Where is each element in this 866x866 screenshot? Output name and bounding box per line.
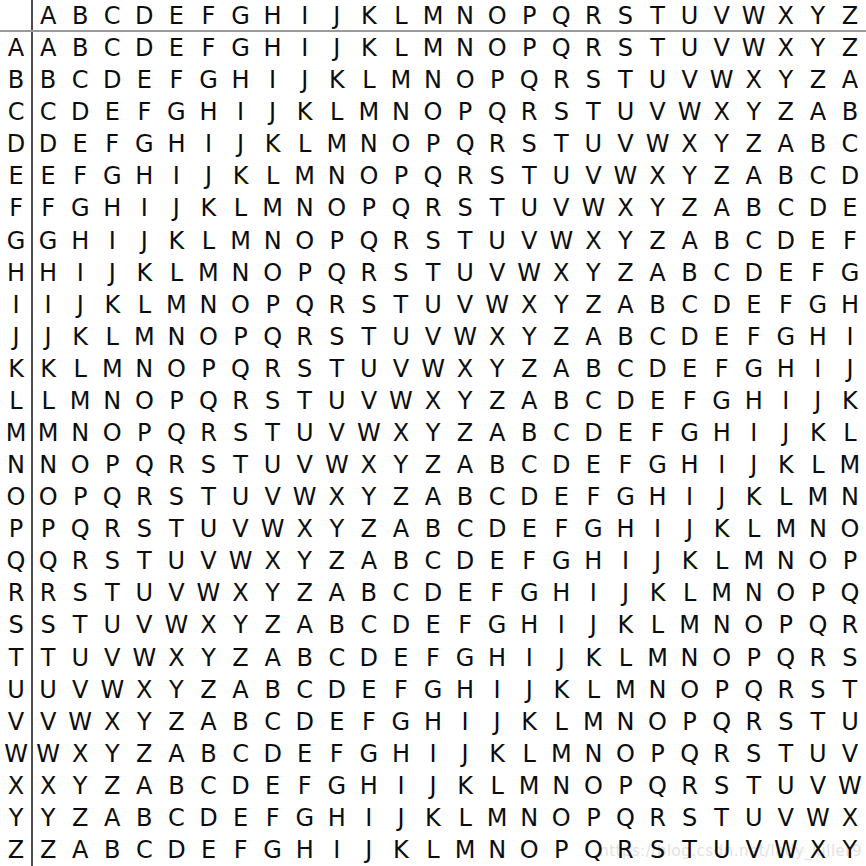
- grid-cell: H: [128, 160, 160, 192]
- grid-cell: L: [802, 449, 834, 481]
- grid-cell: Z: [481, 385, 513, 417]
- grid-cell: I: [674, 481, 706, 513]
- grid-cell: K: [545, 674, 577, 706]
- grid-cell: G: [321, 770, 353, 802]
- grid-cell: D: [706, 289, 738, 321]
- grid-cell: I: [353, 802, 385, 834]
- grid-cell: M: [481, 802, 513, 834]
- grid-cell: V: [321, 417, 353, 449]
- grid-cell: T: [513, 160, 545, 192]
- grid-cell: B: [257, 674, 289, 706]
- grid-cell: J: [706, 481, 738, 513]
- grid-cell: F: [641, 417, 673, 449]
- grid-cell: F: [64, 160, 96, 192]
- grid-cell: Q: [353, 225, 385, 257]
- row-label-cell: G: [0, 225, 32, 257]
- grid-cell: V: [96, 641, 128, 673]
- grid-cell: J: [481, 706, 513, 738]
- grid-cell: I: [289, 32, 321, 64]
- grid-cell: N: [577, 738, 609, 770]
- grid-cell: L: [834, 417, 866, 449]
- grid-cell: R: [609, 834, 641, 866]
- grid-cell: R: [96, 513, 128, 545]
- grid-cell: G: [32, 225, 64, 257]
- grid-cell: O: [32, 481, 64, 513]
- grid-cell: G: [385, 706, 417, 738]
- grid-cell: M: [449, 834, 481, 866]
- grid-cell: I: [32, 289, 64, 321]
- grid-cell: N: [770, 545, 802, 577]
- grid-cell: V: [674, 64, 706, 96]
- grid-cell: E: [674, 353, 706, 385]
- grid-cell: N: [545, 770, 577, 802]
- grid-cell: K: [674, 545, 706, 577]
- grid-cell: Z: [609, 257, 641, 289]
- grid-cell: T: [225, 449, 257, 481]
- grid-cell: M: [706, 577, 738, 609]
- grid-cell: G: [64, 192, 96, 224]
- grid-cell: U: [321, 385, 353, 417]
- grid-cell: Q: [577, 834, 609, 866]
- grid-cell: D: [738, 257, 770, 289]
- grid-cell: B: [289, 641, 321, 673]
- grid-cell: I: [449, 706, 481, 738]
- grid-cell: Z: [96, 770, 128, 802]
- grid-cell: O: [449, 64, 481, 96]
- grid-cell: V: [609, 128, 641, 160]
- grid-cell: Q: [513, 64, 545, 96]
- grid-cell: D: [417, 577, 449, 609]
- grid-cell: B: [32, 64, 64, 96]
- grid-cell: M: [577, 706, 609, 738]
- grid-cell: S: [64, 577, 96, 609]
- grid-cell: L: [64, 353, 96, 385]
- column-header-cell: M: [417, 0, 449, 32]
- grid-cell: C: [513, 449, 545, 481]
- grid-cell: W: [289, 481, 321, 513]
- grid-cell: F: [417, 641, 449, 673]
- grid-cell: Q: [738, 674, 770, 706]
- grid-cell: B: [353, 577, 385, 609]
- grid-cell: J: [417, 770, 449, 802]
- grid-cell: I: [417, 738, 449, 770]
- grid-cell: C: [738, 225, 770, 257]
- grid-cell: A: [160, 738, 192, 770]
- grid-cell: K: [64, 321, 96, 353]
- grid-cell: K: [385, 834, 417, 866]
- grid-cell: U: [641, 64, 673, 96]
- grid-cell: J: [289, 64, 321, 96]
- grid-cell: K: [32, 353, 64, 385]
- grid-cell: I: [513, 641, 545, 673]
- grid-cell: W: [160, 609, 192, 641]
- grid-cell: U: [738, 802, 770, 834]
- grid-cell: M: [834, 449, 866, 481]
- grid-cell: L: [353, 64, 385, 96]
- grid-cell: M: [385, 64, 417, 96]
- grid-cell: W: [738, 32, 770, 64]
- grid-cell: S: [641, 834, 673, 866]
- grid-cell: N: [321, 160, 353, 192]
- grid-cell: B: [513, 417, 545, 449]
- grid-cell: F: [481, 577, 513, 609]
- row-label-cell: J: [0, 321, 32, 353]
- grid-cell: Y: [513, 321, 545, 353]
- grid-cell: N: [641, 674, 673, 706]
- grid-cell: V: [834, 738, 866, 770]
- grid-cell: J: [545, 641, 577, 673]
- grid-cell: X: [674, 128, 706, 160]
- column-header-cell: V: [706, 0, 738, 32]
- grid-cell: X: [545, 257, 577, 289]
- grid-cell: O: [289, 225, 321, 257]
- grid-cell: P: [417, 128, 449, 160]
- grid-cell: L: [545, 706, 577, 738]
- grid-cell: C: [353, 609, 385, 641]
- grid-cell: H: [96, 192, 128, 224]
- grid-cell: M: [353, 96, 385, 128]
- grid-cell: N: [160, 321, 192, 353]
- grid-cell: N: [834, 481, 866, 513]
- grid-cell: B: [706, 225, 738, 257]
- grid-cell: H: [257, 32, 289, 64]
- grid-cell: S: [545, 96, 577, 128]
- grid-cell: M: [257, 192, 289, 224]
- grid-cell: X: [32, 770, 64, 802]
- grid-cell: T: [738, 770, 770, 802]
- grid-cell: B: [577, 353, 609, 385]
- grid-cell: N: [257, 225, 289, 257]
- grid-cell: J: [674, 513, 706, 545]
- grid-cell: T: [257, 417, 289, 449]
- grid-cell: Y: [641, 192, 673, 224]
- grid-cell: F: [513, 545, 545, 577]
- column-header-cell: E: [160, 0, 192, 32]
- grid-cell: L: [481, 770, 513, 802]
- grid-cell: R: [802, 641, 834, 673]
- row-label-cell: X: [0, 770, 32, 802]
- grid-cell: P: [834, 545, 866, 577]
- grid-cell: W: [674, 96, 706, 128]
- grid-cell: D: [674, 321, 706, 353]
- grid-cell: A: [192, 706, 224, 738]
- grid-cell: Q: [802, 609, 834, 641]
- grid-cell: P: [577, 802, 609, 834]
- grid-cell: U: [96, 609, 128, 641]
- grid-cell: Z: [545, 321, 577, 353]
- row-label-cell: Q: [0, 545, 32, 577]
- grid-cell: T: [802, 706, 834, 738]
- grid-cell: X: [385, 417, 417, 449]
- grid-cell: N: [674, 641, 706, 673]
- grid-cell: M: [64, 385, 96, 417]
- grid-cell: O: [481, 32, 513, 64]
- column-header-cell: Z: [834, 0, 866, 32]
- grid-cell: F: [353, 706, 385, 738]
- grid-cell: R: [481, 128, 513, 160]
- grid-cell: H: [417, 706, 449, 738]
- grid-cell: Z: [385, 481, 417, 513]
- grid-cell: G: [225, 32, 257, 64]
- grid-cell: L: [160, 257, 192, 289]
- grid-cell: J: [225, 128, 257, 160]
- grid-cell: R: [385, 225, 417, 257]
- grid-cell: E: [96, 96, 128, 128]
- grid-cell: B: [770, 160, 802, 192]
- grid-cell: X: [128, 674, 160, 706]
- grid-cell: K: [834, 385, 866, 417]
- grid-cell: U: [706, 834, 738, 866]
- grid-cell: N: [513, 802, 545, 834]
- grid-cell: W: [64, 706, 96, 738]
- grid-cell: L: [417, 834, 449, 866]
- grid-cell: C: [417, 545, 449, 577]
- grid-cell: Y: [192, 641, 224, 673]
- grid-cell: U: [609, 96, 641, 128]
- grid-cell: D: [770, 225, 802, 257]
- grid-cell: Z: [802, 64, 834, 96]
- grid-cell: J: [257, 96, 289, 128]
- grid-cell: W: [417, 353, 449, 385]
- grid-cell: M: [321, 128, 353, 160]
- grid-cell: Q: [770, 641, 802, 673]
- grid-cell: B: [674, 257, 706, 289]
- grid-cell: C: [160, 802, 192, 834]
- grid-cell: F: [577, 481, 609, 513]
- grid-cell: A: [609, 289, 641, 321]
- grid-cell: T: [834, 674, 866, 706]
- grid-cell: O: [225, 289, 257, 321]
- grid-cell: D: [802, 192, 834, 224]
- grid-cell: E: [513, 513, 545, 545]
- column-header-cell: A: [32, 0, 64, 32]
- grid-cell: D: [834, 160, 866, 192]
- grid-cell: T: [353, 321, 385, 353]
- grid-cell: F: [257, 802, 289, 834]
- grid-cell: O: [834, 513, 866, 545]
- grid-cell: X: [449, 353, 481, 385]
- grid-cell: J: [834, 353, 866, 385]
- grid-cell: P: [128, 417, 160, 449]
- grid-cell: Q: [641, 770, 673, 802]
- grid-cell: J: [96, 257, 128, 289]
- grid-cell: O: [802, 545, 834, 577]
- grid-cell: N: [64, 417, 96, 449]
- grid-cell: D: [128, 32, 160, 64]
- grid-cell: Z: [289, 577, 321, 609]
- grid-cell: I: [128, 192, 160, 224]
- grid-cell: K: [225, 160, 257, 192]
- grid-cell: B: [834, 96, 866, 128]
- grid-cell: J: [64, 289, 96, 321]
- grid-cell: S: [770, 706, 802, 738]
- grid-cell: R: [706, 738, 738, 770]
- grid-cell: W: [802, 802, 834, 834]
- grid-cell: T: [770, 738, 802, 770]
- grid-cell: G: [834, 257, 866, 289]
- grid-cell: U: [513, 192, 545, 224]
- grid-cell: P: [481, 64, 513, 96]
- grid-cell: C: [706, 257, 738, 289]
- grid-cell: E: [32, 160, 64, 192]
- grid-cell: B: [417, 513, 449, 545]
- grid-cell: X: [802, 834, 834, 866]
- grid-cell: O: [577, 770, 609, 802]
- grid-cell: E: [577, 449, 609, 481]
- column-header-cell: P: [513, 0, 545, 32]
- grid-cell: U: [289, 417, 321, 449]
- grid-cell: R: [513, 96, 545, 128]
- row-label-cell: M: [0, 417, 32, 449]
- grid-cell: I: [64, 257, 96, 289]
- row-label-cell: S: [0, 609, 32, 641]
- grid-cell: S: [160, 481, 192, 513]
- grid-cell: A: [641, 257, 673, 289]
- grid-cell: G: [96, 160, 128, 192]
- grid-cell: F: [834, 225, 866, 257]
- grid-cell: K: [641, 577, 673, 609]
- grid-cell: M: [192, 257, 224, 289]
- grid-cell: C: [128, 834, 160, 866]
- grid-cell: X: [289, 513, 321, 545]
- row-label-cell: L: [0, 385, 32, 417]
- column-header-cell: O: [481, 0, 513, 32]
- grid-cell: A: [257, 641, 289, 673]
- grid-cell: Y: [674, 160, 706, 192]
- grid-cell: C: [770, 192, 802, 224]
- grid-cell: Y: [160, 674, 192, 706]
- column-header-cell: N: [449, 0, 481, 32]
- grid-cell: L: [128, 289, 160, 321]
- grid-cell: G: [609, 481, 641, 513]
- grid-cell: C: [577, 385, 609, 417]
- grid-cell: Y: [417, 417, 449, 449]
- grid-cell: G: [160, 96, 192, 128]
- grid-cell: U: [353, 353, 385, 385]
- grid-cell: R: [64, 545, 96, 577]
- grid-cell: B: [160, 770, 192, 802]
- grid-cell: U: [802, 738, 834, 770]
- grid-cell: J: [609, 577, 641, 609]
- grid-cell: Y: [257, 577, 289, 609]
- grid-cell: S: [577, 64, 609, 96]
- grid-cell: Q: [128, 449, 160, 481]
- grid-cell: P: [32, 513, 64, 545]
- grid-cell: I: [160, 160, 192, 192]
- grid-cell: U: [257, 449, 289, 481]
- grid-cell: O: [353, 160, 385, 192]
- grid-cell: T: [128, 545, 160, 577]
- grid-cell: B: [738, 192, 770, 224]
- grid-cell: K: [160, 225, 192, 257]
- grid-cell: P: [192, 353, 224, 385]
- grid-cell: V: [160, 577, 192, 609]
- row-label-cell: V: [0, 706, 32, 738]
- grid-cell: Z: [449, 417, 481, 449]
- grid-cell: R: [192, 417, 224, 449]
- grid-cell: Z: [834, 32, 866, 64]
- row-label-cell: Y: [0, 802, 32, 834]
- grid-cell: A: [770, 128, 802, 160]
- grid-cell: M: [609, 674, 641, 706]
- grid-cell: R: [417, 192, 449, 224]
- grid-cell: P: [385, 160, 417, 192]
- grid-cell: A: [802, 96, 834, 128]
- grid-cell: R: [770, 674, 802, 706]
- grid-cell: F: [609, 449, 641, 481]
- grid-cell: K: [770, 449, 802, 481]
- grid-cell: E: [321, 706, 353, 738]
- grid-cell: D: [481, 513, 513, 545]
- grid-cell: A: [545, 353, 577, 385]
- grid-cell: O: [160, 353, 192, 385]
- grid-cell: O: [321, 192, 353, 224]
- grid-cell: Q: [674, 738, 706, 770]
- grid-cell: Y: [225, 609, 257, 641]
- grid-cell: H: [545, 577, 577, 609]
- grid-cell: K: [609, 609, 641, 641]
- grid-cell: X: [513, 289, 545, 321]
- row-label-cell: N: [0, 449, 32, 481]
- grid-cell: P: [609, 770, 641, 802]
- grid-cell: P: [225, 321, 257, 353]
- grid-cell: A: [449, 449, 481, 481]
- grid-cell: R: [738, 706, 770, 738]
- grid-cell: Y: [738, 96, 770, 128]
- grid-cell: C: [32, 96, 64, 128]
- grid-cell: F: [385, 674, 417, 706]
- column-header-cell: S: [609, 0, 641, 32]
- grid-cell: T: [674, 834, 706, 866]
- grid-cell: F: [32, 192, 64, 224]
- grid-cell: O: [385, 128, 417, 160]
- grid-cell: Z: [128, 738, 160, 770]
- column-header-cell: U: [674, 0, 706, 32]
- grid-cell: Z: [417, 449, 449, 481]
- grid-cell: K: [449, 770, 481, 802]
- grid-cell: X: [834, 802, 866, 834]
- grid-cell: Z: [353, 513, 385, 545]
- grid-cell: M: [802, 481, 834, 513]
- grid-cell: Y: [321, 513, 353, 545]
- grid-cell: N: [353, 128, 385, 160]
- grid-cell: N: [802, 513, 834, 545]
- grid-cell: P: [321, 225, 353, 257]
- column-header-cell: G: [225, 0, 257, 32]
- grid-cell: Y: [353, 481, 385, 513]
- grid-cell: D: [321, 674, 353, 706]
- grid-cell: Z: [706, 160, 738, 192]
- grid-cell: X: [160, 641, 192, 673]
- grid-cell: M: [770, 513, 802, 545]
- grid-cell: Z: [513, 353, 545, 385]
- grid-cell: Z: [225, 641, 257, 673]
- grid-cell: I: [225, 96, 257, 128]
- grid-cell: U: [225, 481, 257, 513]
- grid-cell: X: [225, 577, 257, 609]
- tabula-recta-board: https://blog.csdn.net/lady_killer9 ABCDE…: [0, 0, 866, 866]
- grid-cell: G: [641, 449, 673, 481]
- grid-cell: R: [641, 802, 673, 834]
- grid-cell: D: [577, 417, 609, 449]
- grid-cell: M: [225, 225, 257, 257]
- column-header-cell: X: [770, 0, 802, 32]
- grid-cell: X: [353, 449, 385, 481]
- grid-cell: O: [770, 577, 802, 609]
- grid-cell: S: [449, 192, 481, 224]
- grid-cell: Q: [481, 96, 513, 128]
- grid-cell: Y: [834, 834, 866, 866]
